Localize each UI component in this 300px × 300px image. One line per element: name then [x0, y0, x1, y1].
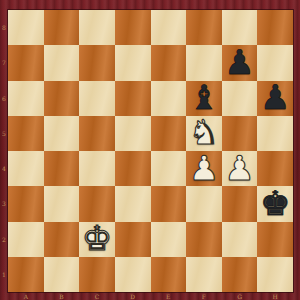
square-b3[interactable] [44, 186, 80, 221]
square-h1[interactable] [257, 257, 293, 292]
chess-board: ♟♝♟♞♟♟♚♚ [8, 10, 293, 292]
square-e7[interactable] [151, 45, 187, 80]
square-f5[interactable]: ♞ [186, 116, 222, 151]
file-label-f: F [186, 292, 222, 300]
piece-black-king-h3[interactable]: ♚ [260, 186, 290, 220]
square-d4[interactable] [115, 151, 151, 186]
square-g2[interactable] [222, 222, 258, 257]
square-f2[interactable] [186, 222, 222, 257]
square-f7[interactable] [186, 45, 222, 80]
rank-labels: 87654321 [0, 10, 8, 292]
square-e5[interactable] [151, 116, 187, 151]
square-g6[interactable] [222, 81, 258, 116]
square-e8[interactable] [151, 10, 187, 45]
square-a2[interactable] [8, 222, 44, 257]
square-a7[interactable] [8, 45, 44, 80]
square-d8[interactable] [115, 10, 151, 45]
square-g5[interactable] [222, 116, 258, 151]
square-g8[interactable] [222, 10, 258, 45]
board-frame: 87654321 ABCDEFGH ♟♝♟♞♟♟♚♚ [0, 0, 300, 300]
piece-black-pawn-h6[interactable]: ♟ [260, 81, 290, 115]
square-f1[interactable] [186, 257, 222, 292]
rank-label-4: 4 [0, 151, 8, 186]
square-a5[interactable] [8, 116, 44, 151]
square-c4[interactable] [79, 151, 115, 186]
file-label-a: A [8, 292, 44, 300]
square-h4[interactable] [257, 151, 293, 186]
rank-label-1: 1 [0, 257, 8, 292]
piece-white-knight-f5[interactable]: ♞ [189, 116, 219, 150]
square-a1[interactable] [8, 257, 44, 292]
square-g4[interactable]: ♟ [222, 151, 258, 186]
square-h6[interactable]: ♟ [257, 81, 293, 116]
rank-label-2: 2 [0, 222, 8, 257]
rank-label-8: 8 [0, 10, 8, 45]
square-h3[interactable]: ♚ [257, 186, 293, 221]
square-c7[interactable] [79, 45, 115, 80]
square-a6[interactable] [8, 81, 44, 116]
square-f4[interactable]: ♟ [186, 151, 222, 186]
file-label-b: B [44, 292, 80, 300]
file-label-d: D [115, 292, 151, 300]
square-h8[interactable] [257, 10, 293, 45]
piece-white-pawn-f4[interactable]: ♟ [189, 151, 219, 185]
square-c6[interactable] [79, 81, 115, 116]
square-h2[interactable] [257, 222, 293, 257]
square-e3[interactable] [151, 186, 187, 221]
square-c5[interactable] [79, 116, 115, 151]
square-h7[interactable] [257, 45, 293, 80]
piece-white-pawn-g4[interactable]: ♟ [224, 151, 254, 185]
file-labels: ABCDEFGH [8, 292, 293, 300]
square-d3[interactable] [115, 186, 151, 221]
square-b2[interactable] [44, 222, 80, 257]
square-b4[interactable] [44, 151, 80, 186]
square-b7[interactable] [44, 45, 80, 80]
square-c8[interactable] [79, 10, 115, 45]
square-d1[interactable] [115, 257, 151, 292]
square-c2[interactable]: ♚ [79, 222, 115, 257]
rank-label-7: 7 [0, 45, 8, 80]
square-b1[interactable] [44, 257, 80, 292]
square-f6[interactable]: ♝ [186, 81, 222, 116]
square-a4[interactable] [8, 151, 44, 186]
square-d5[interactable] [115, 116, 151, 151]
square-g1[interactable] [222, 257, 258, 292]
square-d7[interactable] [115, 45, 151, 80]
square-e4[interactable] [151, 151, 187, 186]
file-label-c: C [79, 292, 115, 300]
square-g7[interactable]: ♟ [222, 45, 258, 80]
square-e1[interactable] [151, 257, 187, 292]
square-g3[interactable] [222, 186, 258, 221]
square-d2[interactable] [115, 222, 151, 257]
file-label-h: H [257, 292, 293, 300]
rank-label-5: 5 [0, 116, 8, 151]
piece-black-bishop-f6[interactable]: ♝ [189, 81, 219, 115]
square-a3[interactable] [8, 186, 44, 221]
file-label-e: E [151, 292, 187, 300]
square-b6[interactable] [44, 81, 80, 116]
square-f3[interactable] [186, 186, 222, 221]
square-b8[interactable] [44, 10, 80, 45]
square-a8[interactable] [8, 10, 44, 45]
piece-white-king-c2[interactable]: ♚ [82, 222, 112, 256]
square-c3[interactable] [79, 186, 115, 221]
square-h5[interactable] [257, 116, 293, 151]
square-f8[interactable] [186, 10, 222, 45]
square-c1[interactable] [79, 257, 115, 292]
square-e6[interactable] [151, 81, 187, 116]
rank-label-3: 3 [0, 186, 8, 221]
square-e2[interactable] [151, 222, 187, 257]
piece-black-pawn-g7[interactable]: ♟ [224, 45, 254, 79]
square-d6[interactable] [115, 81, 151, 116]
rank-label-6: 6 [0, 81, 8, 116]
square-b5[interactable] [44, 116, 80, 151]
file-label-g: G [222, 292, 258, 300]
